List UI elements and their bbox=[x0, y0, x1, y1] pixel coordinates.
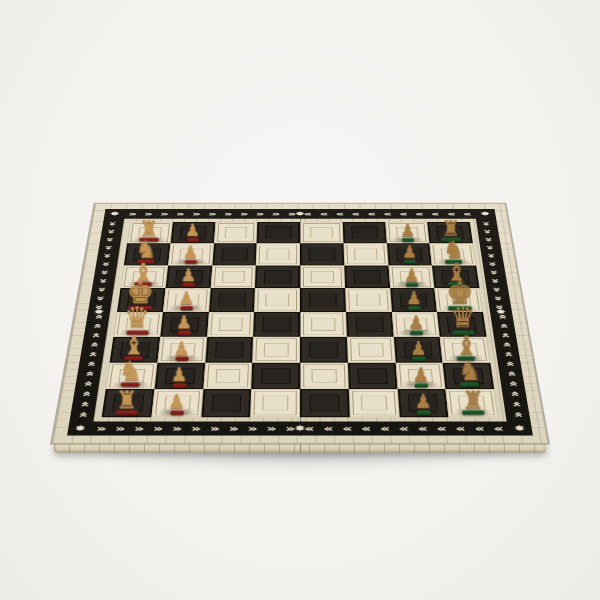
chevron-leaf-icon: « bbox=[493, 424, 504, 433]
chevron-leaf-icon: » bbox=[508, 401, 524, 407]
chevron-leaf-icon: » bbox=[224, 211, 233, 217]
square-a3[interactable] bbox=[201, 389, 252, 417]
square-c5[interactable] bbox=[300, 337, 348, 363]
piece-bR[interactable]: ♜ bbox=[462, 389, 485, 415]
chevron-leaf-icon: » bbox=[210, 424, 220, 433]
piece-wP[interactable]: ♟ bbox=[170, 366, 187, 387]
piece-glyph-icon: ♟ bbox=[170, 366, 187, 384]
chevron-leaf-icon: » bbox=[267, 424, 277, 433]
square-d7[interactable]: ♟ bbox=[392, 312, 440, 337]
chevron-leaf-icon: » bbox=[98, 270, 112, 274]
square-g7[interactable]: ♟ bbox=[386, 243, 432, 265]
piece-glyph-icon: ♟ bbox=[413, 366, 430, 384]
chevron-leaf-icon: » bbox=[105, 230, 119, 234]
piece-glyph-icon: ♟ bbox=[167, 393, 184, 411]
chevron-leaf-icon: » bbox=[160, 211, 169, 217]
chevron-leaf-icon: « bbox=[431, 211, 440, 217]
chevron-leaf-icon: » bbox=[480, 222, 494, 226]
chevron-leaf-icon: » bbox=[100, 262, 114, 266]
piece-glyph-icon: ♟ bbox=[175, 315, 191, 332]
chevron-leaf-icon: » bbox=[102, 246, 116, 250]
square-f2[interactable]: ♟ bbox=[165, 265, 212, 288]
piece-bP[interactable]: ♟ bbox=[402, 245, 418, 264]
piece-wP[interactable]: ♟ bbox=[167, 393, 184, 414]
chevron-leaf-icon: » bbox=[208, 211, 217, 217]
piece-felt-base bbox=[115, 410, 138, 414]
piece-glyph-icon: ♟ bbox=[410, 340, 427, 357]
chevron-leaf-icon: » bbox=[176, 211, 185, 217]
square-b3[interactable] bbox=[203, 362, 253, 389]
square-e4[interactable] bbox=[254, 288, 300, 312]
square-c4[interactable] bbox=[252, 337, 300, 363]
square-c2[interactable]: ♟ bbox=[157, 337, 206, 363]
chevron-leaf-icon: » bbox=[94, 296, 109, 301]
square-e2[interactable]: ♟ bbox=[163, 288, 210, 312]
squares-grid: ♜♟♟♜♞♟♟♞♝♟♟♝♚♟♟♚♛♟♟♛♝♟♟♝♞♟♟♞♜♟♟♜ bbox=[102, 222, 499, 417]
chevron-leaf-icon: » bbox=[172, 424, 183, 433]
chevron-leaf-icon: » bbox=[485, 254, 499, 258]
piece-bP[interactable]: ♟ bbox=[406, 290, 422, 310]
square-g3[interactable] bbox=[212, 243, 257, 265]
chevron-leaf-icon: « bbox=[455, 424, 466, 433]
chevron-leaf-icon: » bbox=[95, 288, 109, 293]
piece-glyph-icon: ♜ bbox=[116, 389, 138, 412]
star-rosette-icon: ✸ bbox=[290, 209, 310, 219]
square-g4[interactable] bbox=[256, 243, 300, 265]
chevron-leaf-icon: » bbox=[481, 230, 495, 234]
square-d2[interactable]: ♟ bbox=[160, 312, 208, 337]
chevron-leaf-icon: » bbox=[83, 361, 98, 366]
square-c7[interactable]: ♟ bbox=[393, 337, 442, 363]
piece-glyph-icon: ♛ bbox=[124, 305, 150, 331]
chevron-leaf-icon: » bbox=[81, 371, 97, 376]
chevron-leaf-icon: » bbox=[86, 342, 101, 347]
square-h2[interactable]: ♟ bbox=[170, 222, 215, 243]
piece-wP[interactable]: ♟ bbox=[182, 245, 198, 264]
chevron-leaf-icon: » bbox=[248, 424, 258, 433]
square-d5[interactable] bbox=[300, 312, 347, 337]
piece-glyph-icon: ♟ bbox=[182, 245, 198, 261]
square-g2[interactable]: ♟ bbox=[168, 243, 214, 265]
square-g6[interactable] bbox=[343, 243, 388, 265]
piece-felt-base bbox=[462, 410, 485, 414]
piece-felt-base bbox=[410, 330, 423, 334]
square-c6[interactable] bbox=[347, 337, 396, 363]
chevron-leaf-icon: » bbox=[97, 279, 111, 284]
square-d4[interactable] bbox=[253, 312, 300, 337]
square-h5[interactable] bbox=[300, 222, 343, 243]
photo-stage: »»»»»»»»»»»««««««««««« »»»»»»»»»»»««««««… bbox=[0, 0, 600, 600]
chevron-leaf-icon: » bbox=[192, 211, 201, 217]
chevron-leaf-icon: » bbox=[96, 424, 107, 433]
piece-felt-base bbox=[414, 383, 428, 387]
piece-glyph-icon: ♜ bbox=[462, 389, 484, 412]
piece-felt-base bbox=[179, 306, 192, 310]
chevron-leaf-icon: « bbox=[361, 424, 371, 433]
piece-bN[interactable]: ♞ bbox=[458, 359, 482, 387]
square-d3[interactable] bbox=[207, 312, 255, 337]
chevron-leaf-icon: » bbox=[509, 412, 525, 418]
star-rosette-icon: ✸ bbox=[507, 422, 533, 436]
chevron-leaf-icon: » bbox=[490, 288, 504, 293]
piece-wP[interactable]: ♟ bbox=[178, 290, 194, 310]
chevron-leaf-icon: » bbox=[128, 211, 137, 217]
square-b2[interactable]: ♟ bbox=[154, 362, 205, 389]
star-rosette-icon: ✸ bbox=[67, 422, 93, 436]
chevron-leaf-icon: « bbox=[463, 211, 472, 217]
board-outer-rim: »»»»»»»»»»»««««««««««« »»»»»»»»»»»««««««… bbox=[51, 203, 548, 444]
square-f5[interactable] bbox=[300, 265, 345, 288]
piece-glyph-icon: ♟ bbox=[406, 290, 422, 307]
piece-glyph-icon: ♞ bbox=[118, 359, 142, 383]
piece-bP[interactable]: ♟ bbox=[408, 315, 424, 335]
chevron-leaf-icon: « bbox=[474, 424, 485, 433]
chevron-leaf-icon: » bbox=[78, 391, 94, 396]
piece-felt-base bbox=[404, 260, 416, 264]
chevron-leaf-icon: » bbox=[104, 238, 118, 242]
square-f3[interactable] bbox=[210, 265, 256, 288]
chevron-leaf-icon: » bbox=[85, 351, 100, 356]
chevron-leaf-icon: « bbox=[367, 211, 376, 217]
chevron-leaf-icon: » bbox=[484, 246, 498, 250]
square-c3[interactable] bbox=[205, 337, 254, 363]
chevron-leaf-icon: » bbox=[503, 371, 519, 376]
piece-felt-base bbox=[169, 410, 183, 414]
chevron-leaf-icon: » bbox=[496, 323, 511, 328]
square-e5[interactable] bbox=[300, 288, 346, 312]
piece-felt-base bbox=[406, 282, 419, 286]
chevron-leaf-icon: » bbox=[106, 222, 120, 226]
chevron-leaf-icon: » bbox=[74, 412, 90, 418]
chevron-leaf-icon: » bbox=[89, 323, 104, 328]
chevron-leaf-icon: » bbox=[88, 333, 103, 338]
chevron-leaf-icon: » bbox=[493, 305, 508, 310]
square-e7[interactable]: ♟ bbox=[390, 288, 437, 312]
square-a1[interactable]: ♜ bbox=[102, 389, 155, 417]
square-a8[interactable]: ♜ bbox=[446, 389, 499, 417]
piece-felt-base bbox=[417, 410, 431, 414]
piece-glyph-icon: ♝ bbox=[455, 333, 478, 357]
square-a2[interactable]: ♟ bbox=[151, 389, 203, 417]
piece-felt-base bbox=[182, 282, 195, 286]
chevron-leaf-icon: » bbox=[506, 391, 522, 396]
piece-bP[interactable]: ♟ bbox=[410, 340, 427, 360]
square-a6[interactable] bbox=[349, 389, 400, 417]
piece-felt-base bbox=[184, 260, 196, 264]
piece-wR[interactable]: ♜ bbox=[115, 389, 138, 415]
square-g5[interactable] bbox=[300, 243, 344, 265]
chevron-leaf-icon: « bbox=[436, 424, 447, 433]
perspective-scene: »»»»»»»»»»»««««««««««« »»»»»»»»»»»««««««… bbox=[0, 0, 600, 600]
chevron-leaf-icon: « bbox=[351, 211, 360, 217]
chevron-leaf-icon: » bbox=[492, 296, 507, 301]
piece-glyph-icon: ♟ bbox=[184, 223, 199, 239]
chevron-leaf-icon: « bbox=[380, 424, 390, 433]
square-f6[interactable] bbox=[344, 265, 390, 288]
square-h4[interactable] bbox=[257, 222, 300, 243]
piece-glyph-icon: ♟ bbox=[180, 267, 196, 283]
border-leaf-band: »»»»»»»»»»»««««««««««« »»»»»»»»»»»««««««… bbox=[67, 209, 533, 436]
square-h7[interactable]: ♟ bbox=[385, 222, 430, 243]
piece-bP[interactable]: ♟ bbox=[413, 366, 430, 387]
chevron-leaf-icon: » bbox=[488, 270, 502, 274]
piece-glyph-icon: ♝ bbox=[122, 333, 145, 357]
piece-bP[interactable]: ♟ bbox=[415, 393, 432, 414]
chevron-leaf-icon: » bbox=[92, 305, 107, 310]
square-b6[interactable] bbox=[348, 362, 398, 389]
piece-glyph-icon: ♟ bbox=[178, 290, 194, 307]
chevron-leaf-icon: « bbox=[323, 424, 333, 433]
chevron-leaf-icon: « bbox=[383, 211, 392, 217]
square-b4[interactable] bbox=[251, 362, 300, 389]
piece-wP[interactable]: ♟ bbox=[175, 315, 191, 335]
chevron-leaf-icon: » bbox=[502, 361, 517, 366]
piece-felt-base bbox=[174, 356, 188, 360]
chevron-leaf-icon: » bbox=[76, 401, 92, 407]
square-a5[interactable] bbox=[300, 389, 350, 417]
piece-bP[interactable]: ♟ bbox=[400, 223, 415, 241]
square-h3[interactable] bbox=[214, 222, 258, 243]
piece-felt-base bbox=[177, 330, 190, 334]
piece-glyph-icon: ♟ bbox=[404, 267, 420, 283]
piece-glyph-icon: ♟ bbox=[173, 340, 190, 357]
board-inner-rim: ♜♟♟♜♞♟♟♞♝♟♟♝♚♟♟♚♛♟♟♛♝♟♟♝♞♟♟♞♜♟♟♜ bbox=[93, 219, 506, 422]
piece-glyph-icon: ♟ bbox=[408, 315, 424, 332]
chevron-leaf-icon: » bbox=[272, 211, 280, 217]
piece-glyph-icon: ♟ bbox=[402, 245, 418, 261]
square-f4[interactable] bbox=[255, 265, 300, 288]
square-d6[interactable] bbox=[346, 312, 394, 337]
piece-glyph-icon: ♞ bbox=[458, 359, 482, 383]
star-rosette-icon: ✸ bbox=[288, 422, 312, 436]
piece-felt-base bbox=[172, 383, 186, 387]
piece-wP[interactable]: ♟ bbox=[184, 223, 199, 241]
chevron-leaf-icon: » bbox=[489, 279, 503, 284]
chevron-leaf-icon: » bbox=[153, 424, 164, 433]
piece-glyph-icon: ♛ bbox=[450, 305, 476, 331]
square-b7[interactable]: ♟ bbox=[395, 362, 446, 389]
chevron-leaf-icon: » bbox=[80, 381, 96, 386]
square-a7[interactable]: ♟ bbox=[397, 389, 449, 417]
star-rosette-icon: ✸ bbox=[104, 209, 126, 219]
chevron-leaf-icon: » bbox=[505, 381, 521, 386]
square-a4[interactable] bbox=[250, 389, 300, 417]
chess-board: »»»»»»»»»»»««««««««««« »»»»»»»»»»»««««««… bbox=[51, 203, 548, 444]
chevron-leaf-icon: » bbox=[229, 424, 239, 433]
chevron-leaf-icon: » bbox=[256, 211, 265, 217]
square-h6[interactable] bbox=[342, 222, 386, 243]
chevron-leaf-icon: « bbox=[342, 424, 352, 433]
piece-wP[interactable]: ♟ bbox=[173, 340, 190, 360]
piece-felt-base bbox=[412, 356, 426, 360]
piece-glyph-icon: ♟ bbox=[400, 223, 415, 239]
chevron-leaf-icon: » bbox=[101, 254, 115, 258]
star-rosette-icon: ✸ bbox=[474, 209, 496, 219]
chevron-leaf-icon: » bbox=[482, 238, 496, 242]
chevron-leaf-icon: » bbox=[191, 424, 202, 433]
chevron-leaf-icon: » bbox=[499, 342, 514, 347]
chevron-leaf-icon: « bbox=[399, 424, 410, 433]
chevron-leaf-icon: « bbox=[336, 211, 345, 217]
piece-wP[interactable]: ♟ bbox=[180, 267, 196, 286]
chevron-leaf-icon: « bbox=[415, 211, 424, 217]
piece-felt-base bbox=[408, 306, 421, 310]
piece-wN[interactable]: ♞ bbox=[118, 359, 142, 387]
chevron-leaf-icon: » bbox=[497, 333, 512, 338]
square-f7[interactable]: ♟ bbox=[388, 265, 435, 288]
piece-glyph-icon: ♟ bbox=[415, 393, 432, 411]
chevron-leaf-icon: » bbox=[134, 424, 145, 433]
square-b5[interactable] bbox=[300, 362, 349, 389]
chevron-leaf-icon: » bbox=[240, 211, 249, 217]
chevron-leaf-icon: « bbox=[320, 211, 328, 217]
chevron-leaf-icon: « bbox=[399, 211, 408, 217]
chevron-leaf-icon: » bbox=[500, 351, 515, 356]
piece-bP[interactable]: ♟ bbox=[404, 267, 420, 286]
chevron-leaf-icon: « bbox=[417, 424, 428, 433]
square-e6[interactable] bbox=[345, 288, 392, 312]
chevron-leaf-icon: » bbox=[486, 262, 500, 266]
chevron-leaf-icon: » bbox=[115, 424, 126, 433]
square-e3[interactable] bbox=[209, 288, 256, 312]
